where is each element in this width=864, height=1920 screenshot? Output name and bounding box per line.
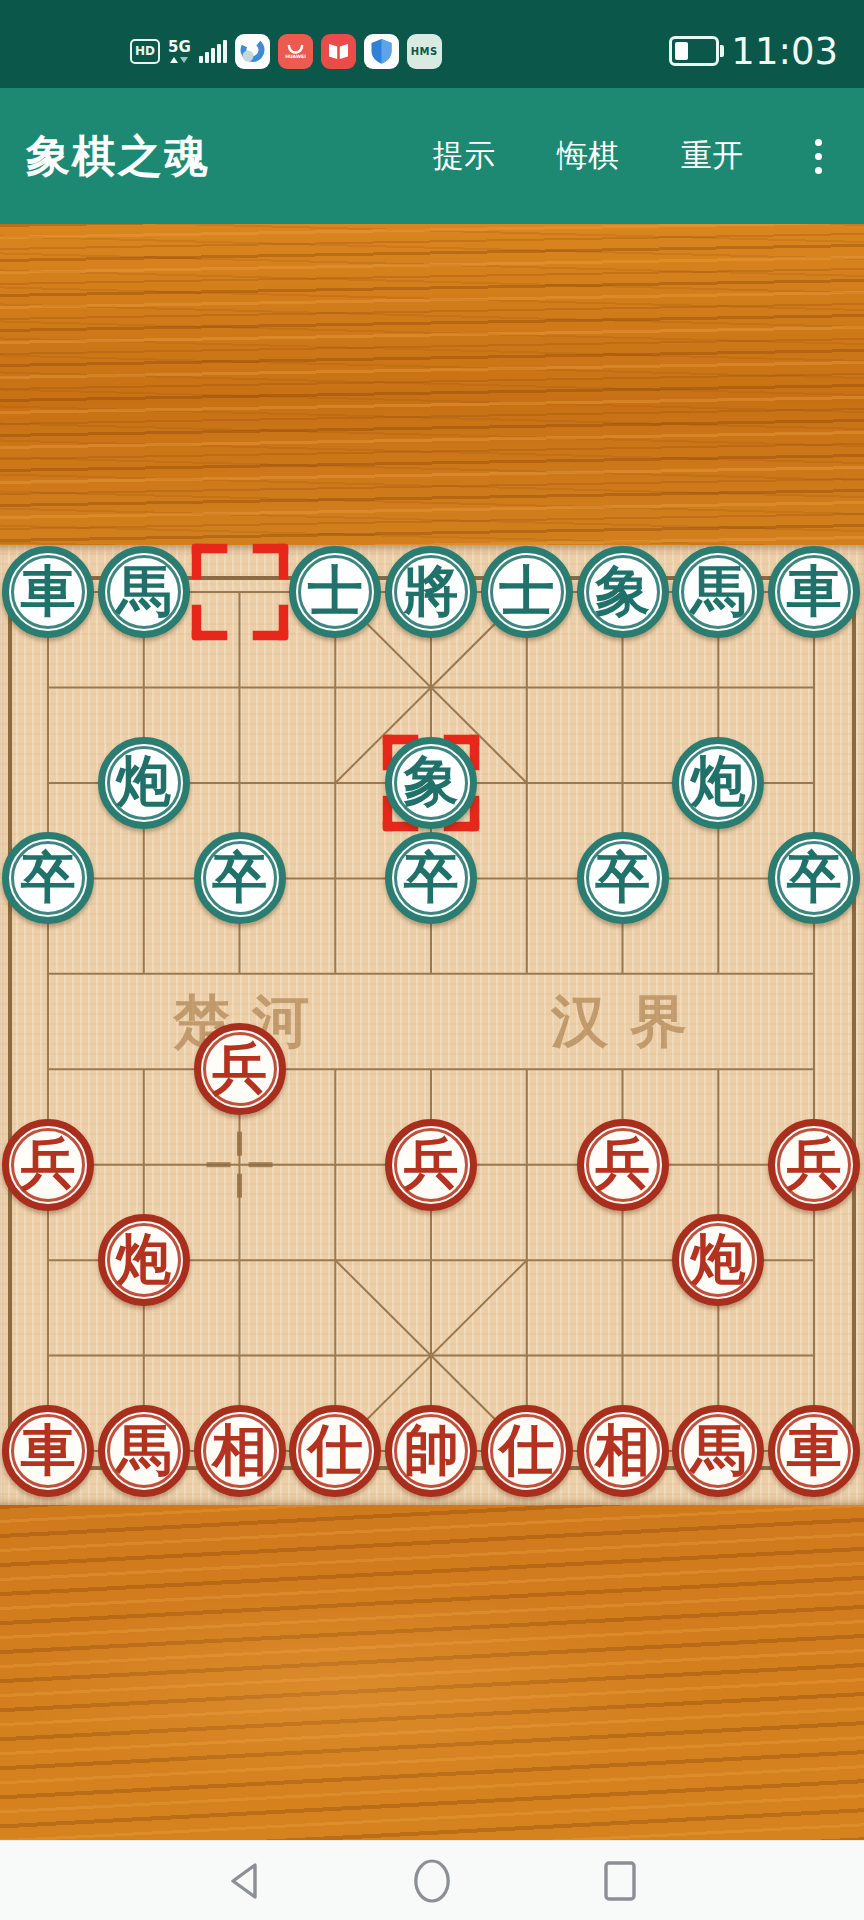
appgallery-app-icon: HUAWEI bbox=[278, 34, 313, 69]
piece-glyph: 炮 bbox=[116, 1232, 171, 1287]
wood-background-bottom bbox=[0, 1505, 864, 1840]
river-label-right: 汉界 bbox=[551, 984, 709, 1061]
piece-glyph: 卒 bbox=[787, 850, 842, 905]
piece-glyph: 車 bbox=[787, 564, 842, 619]
piece-glyph: 馬 bbox=[116, 564, 171, 619]
piece-glyph: 象 bbox=[404, 754, 459, 809]
piece-glyph: 兵 bbox=[21, 1136, 76, 1191]
home-icon[interactable] bbox=[412, 1858, 452, 1904]
huawei-label: HUAWEI bbox=[285, 54, 306, 59]
piece-glyph: 馬 bbox=[691, 564, 746, 619]
back-icon[interactable] bbox=[224, 1858, 264, 1904]
piece-glyph: 車 bbox=[21, 564, 76, 619]
piece-glyph: 卒 bbox=[212, 850, 267, 905]
piece-glyph: 仕 bbox=[308, 1423, 363, 1478]
piece-black-士[interactable]: 士 bbox=[289, 546, 381, 638]
piece-glyph: 車 bbox=[787, 1423, 842, 1478]
piece-red-兵[interactable]: 兵 bbox=[385, 1119, 477, 1211]
piece-glyph: 帥 bbox=[404, 1423, 459, 1478]
security-shield-icon bbox=[364, 34, 399, 69]
piece-black-炮[interactable]: 炮 bbox=[672, 737, 764, 829]
piece-red-車[interactable]: 車 bbox=[768, 1405, 860, 1497]
wood-background-top bbox=[0, 224, 864, 545]
status-icons: HD 5G HUAWEI bbox=[130, 34, 442, 69]
network-type: 5G bbox=[168, 40, 191, 63]
reader-app-icon bbox=[321, 34, 356, 69]
piece-glyph: 炮 bbox=[691, 754, 746, 809]
piece-red-相[interactable]: 相 bbox=[577, 1405, 669, 1497]
app-bar-actions: 提示 悔棋 重开 bbox=[433, 135, 822, 177]
piece-black-車[interactable]: 車 bbox=[768, 546, 860, 638]
piece-black-馬[interactable]: 馬 bbox=[98, 546, 190, 638]
piece-red-兵[interactable]: 兵 bbox=[2, 1119, 94, 1211]
restart-button[interactable]: 重开 bbox=[681, 135, 743, 177]
piece-red-馬[interactable]: 馬 bbox=[672, 1405, 764, 1497]
status-right: 11:03 bbox=[669, 30, 838, 73]
android-nav-bar bbox=[0, 1840, 864, 1920]
piece-glyph: 仕 bbox=[499, 1423, 554, 1478]
battery-icon bbox=[669, 36, 719, 66]
piece-red-炮[interactable]: 炮 bbox=[672, 1214, 764, 1306]
piece-black-車[interactable]: 車 bbox=[2, 546, 94, 638]
clock: 11:03 bbox=[731, 30, 838, 73]
piece-glyph: 炮 bbox=[691, 1232, 746, 1287]
piece-glyph: 兵 bbox=[404, 1136, 459, 1191]
signal-strength-icon bbox=[199, 39, 227, 63]
piece-glyph: 馬 bbox=[691, 1423, 746, 1478]
piece-black-將[interactable]: 將 bbox=[385, 546, 477, 638]
hd-badge: HD bbox=[130, 39, 160, 64]
piece-red-帥[interactable]: 帥 bbox=[385, 1405, 477, 1497]
hms-badge: HMS bbox=[407, 34, 442, 69]
piece-black-卒[interactable]: 卒 bbox=[577, 832, 669, 924]
status-bar: HD 5G HUAWEI bbox=[0, 0, 864, 88]
piece-glyph: 士 bbox=[308, 564, 363, 619]
piece-red-仕[interactable]: 仕 bbox=[481, 1405, 573, 1497]
undo-move-button[interactable]: 悔棋 bbox=[557, 135, 619, 177]
piece-glyph: 相 bbox=[212, 1423, 267, 1478]
piece-black-炮[interactable]: 炮 bbox=[98, 737, 190, 829]
piece-glyph: 馬 bbox=[116, 1423, 171, 1478]
piece-glyph: 卒 bbox=[595, 850, 650, 905]
piece-glyph: 炮 bbox=[116, 754, 171, 809]
piece-black-卒[interactable]: 卒 bbox=[768, 832, 860, 924]
piece-black-士[interactable]: 士 bbox=[481, 546, 573, 638]
app-title: 象棋之魂 bbox=[26, 127, 210, 186]
hint-button[interactable]: 提示 bbox=[433, 135, 495, 177]
piece-red-兵[interactable]: 兵 bbox=[768, 1119, 860, 1211]
overflow-menu-icon[interactable] bbox=[815, 139, 822, 174]
piece-black-象[interactable]: 象 bbox=[577, 546, 669, 638]
piece-glyph: 士 bbox=[499, 564, 554, 619]
piece-glyph: 兵 bbox=[212, 1041, 267, 1096]
piece-black-卒[interactable]: 卒 bbox=[194, 832, 286, 924]
piece-glyph: 將 bbox=[404, 564, 459, 619]
piece-glyph: 相 bbox=[595, 1423, 650, 1478]
app-bar: 象棋之魂 提示 悔棋 重开 bbox=[0, 88, 864, 224]
updown-arrows-icon bbox=[170, 57, 188, 63]
piece-red-馬[interactable]: 馬 bbox=[98, 1405, 190, 1497]
xiangqi-board[interactable]: 楚河 汉界 車馬士將士象馬車炮象炮卒卒卒卒卒兵兵兵兵兵炮炮車馬相仕帥仕相馬車 bbox=[0, 545, 864, 1505]
piece-glyph: 兵 bbox=[595, 1136, 650, 1191]
piece-glyph: 兵 bbox=[787, 1136, 842, 1191]
piece-glyph: 象 bbox=[595, 564, 650, 619]
piece-glyph: 卒 bbox=[404, 850, 459, 905]
phone-screen: HD 5G HUAWEI bbox=[0, 0, 864, 1920]
piece-red-仕[interactable]: 仕 bbox=[289, 1405, 381, 1497]
piece-black-卒[interactable]: 卒 bbox=[385, 832, 477, 924]
piece-red-兵[interactable]: 兵 bbox=[194, 1023, 286, 1115]
piece-red-車[interactable]: 車 bbox=[2, 1405, 94, 1497]
assistant-app-icon bbox=[235, 34, 270, 69]
recents-icon[interactable] bbox=[600, 1858, 640, 1904]
piece-black-象[interactable]: 象 bbox=[385, 737, 477, 829]
piece-glyph: 車 bbox=[21, 1423, 76, 1478]
last-move-from-marker bbox=[191, 544, 288, 641]
piece-black-卒[interactable]: 卒 bbox=[2, 832, 94, 924]
piece-red-相[interactable]: 相 bbox=[194, 1405, 286, 1497]
piece-black-馬[interactable]: 馬 bbox=[672, 546, 764, 638]
piece-red-炮[interactable]: 炮 bbox=[98, 1214, 190, 1306]
board-grid bbox=[0, 545, 864, 1505]
piece-red-兵[interactable]: 兵 bbox=[577, 1119, 669, 1211]
piece-glyph: 卒 bbox=[21, 850, 76, 905]
